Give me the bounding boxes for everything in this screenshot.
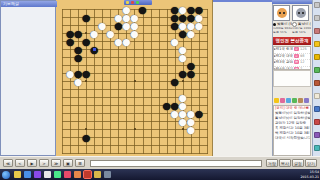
match-label: ▸제1국 중계 [274,47,293,51]
mail-icon[interactable] [44,171,51,178]
black-stone[interactable]: ● [186,69,195,78]
match-badge: 待 [294,60,299,64]
emoticon-toolbar [273,88,311,95]
tray-date: 2015-03-21 [300,175,319,179]
nav-button[interactable]: > [39,159,49,167]
bottom-toolbar: ≪<▶>≫▣☰저장복사설정닫기 [0,156,320,169]
tray-time: 15:54 [310,170,319,174]
black-stone[interactable]: ● [194,109,203,118]
chat-icon[interactable] [54,171,61,178]
star-icon[interactable] [314,54,320,60]
nav-button[interactable]: ▣ [63,159,73,167]
book-icon[interactable] [314,93,320,99]
match-list[interactable]: ▸제1국 중계中125▸제2국 대국中98▸제3국 관전待12▸제4국 대기待7 [273,46,311,70]
grid-line [207,9,208,154]
grid-line [62,153,208,154]
white-stone[interactable]: ● [194,21,203,30]
info-panel-spacer [273,70,311,87]
minimize-icon[interactable] [314,2,320,8]
black-stone[interactable]: ● [74,53,83,62]
star-point [182,80,184,82]
grid-line [62,89,208,90]
clock-icon[interactable] [314,132,320,138]
grid-line [143,9,144,154]
black-stone[interactable]: ● [82,69,91,78]
browser-icon[interactable] [24,171,31,178]
folder-icon[interactable] [94,171,101,178]
black-player-record: 1208승 984패 [273,27,292,31]
grid-line [62,145,208,146]
star-point [134,128,136,130]
black-player-rate: 승률 55% [273,31,292,35]
mini-titlebar[interactable] [124,0,152,5]
mini-dot-icon [126,1,129,4]
panel-button[interactable]: 닫기 [305,159,317,167]
match-count: 125 [300,47,307,51]
tool-icon[interactable] [104,171,111,178]
black-stone[interactable]: ● [82,13,91,22]
white-player-rate: 승률 54% [292,31,311,35]
close-icon[interactable] [314,28,320,34]
hammer-icon[interactable] [314,80,320,86]
white-stone[interactable]: ● [90,29,99,38]
nav-button[interactable]: ≫ [51,159,61,167]
music-icon[interactable] [74,171,81,178]
panel-button[interactable]: 설정 [292,159,304,167]
white-stone[interactable]: ● [186,29,195,38]
black-player-name: 범돌이 (5단) [273,22,292,26]
mini-dot-icon [136,1,139,4]
match-label: ▸제2국 대국 [274,54,293,58]
restore-icon[interactable] [314,15,320,21]
match-count: 98 [300,54,304,58]
match-badge: 中 [294,47,299,51]
black-player-avatar [273,5,290,21]
star-point [134,80,136,82]
go-board[interactable]: ●●●●●●●●●●●●●●●●●●●●●●●●●●●●●●●●●●●●●●●●… [56,0,213,158]
white-stone[interactable]: ● [74,77,83,86]
nav-button[interactable]: < [15,159,25,167]
power-icon[interactable] [314,145,320,151]
last-move-marker [93,48,96,51]
smiley-icon[interactable] [314,41,320,47]
panel-button[interactable]: 저장 [266,159,278,167]
white-player-record: 1187승 1004패 [292,27,311,31]
grid-line [167,9,168,154]
window-background [213,0,272,156]
panel-button[interactable]: 복사 [279,159,291,167]
star-point [182,128,184,130]
heart-icon[interactable] [314,119,320,125]
white-stone[interactable]: ● [186,125,195,134]
info-panel-titlebar[interactable] [272,0,312,4]
match-badge: 中 [294,54,299,58]
white-stone[interactable]: ● [122,37,131,46]
white-stone[interactable]: ● [130,29,139,38]
desktop: ●●●●●●●●●●●●●●●●●●●●●●●●●●●●●●●●●●●●●●●●… [0,0,320,180]
media-icon[interactable] [34,171,41,178]
globe-icon[interactable] [314,106,320,112]
black-stone[interactable]: ● [138,5,147,14]
nav-button[interactable]: ≪ [3,159,13,167]
move-progress-field[interactable] [90,160,262,167]
photo-icon[interactable] [64,171,71,178]
side-toolbar [312,0,320,169]
black-stone[interactable]: ● [82,133,91,142]
avatar-face-icon [296,8,306,18]
chat-message: 대국이 시작되었습니다 [274,136,310,141]
match-count: 12 [300,60,304,64]
grid-line [151,9,152,154]
nav-button[interactable]: ▶ [27,159,37,167]
mini-dot-icon [131,1,134,4]
left-panel-titlebar[interactable]: 기보해설 [1,1,57,7]
explorer-icon[interactable] [14,171,21,178]
event-banner[interactable]: 명인전 본선중계 [273,37,311,45]
leaf-icon[interactable] [314,67,320,73]
baduk-icon[interactable] [84,171,91,178]
white-player-avatar [292,5,309,21]
windows-taskbar: 15:54 2015-03-21 [0,169,320,180]
black-stone-icon [273,23,276,26]
nav-button[interactable]: ☰ [75,159,85,167]
match-label: ▸제3국 관전 [274,60,293,64]
chat-log[interactable]: [공지] 대국 중 매너를 지켜주세요범돌이님이 입장하셨습니다톰냥이님이 입장… [273,105,311,156]
system-tray-clock[interactable]: 15:54 2015-03-21 [289,170,319,179]
left-panel-window: 기보해설 [0,0,56,156]
grid-line [159,9,160,154]
game-action-buttons: 무르기계가기권나가기 [273,96,311,104]
black-stone[interactable]: ● [170,77,179,86]
avatar-face-icon [277,8,287,18]
start-button[interactable] [2,171,10,179]
